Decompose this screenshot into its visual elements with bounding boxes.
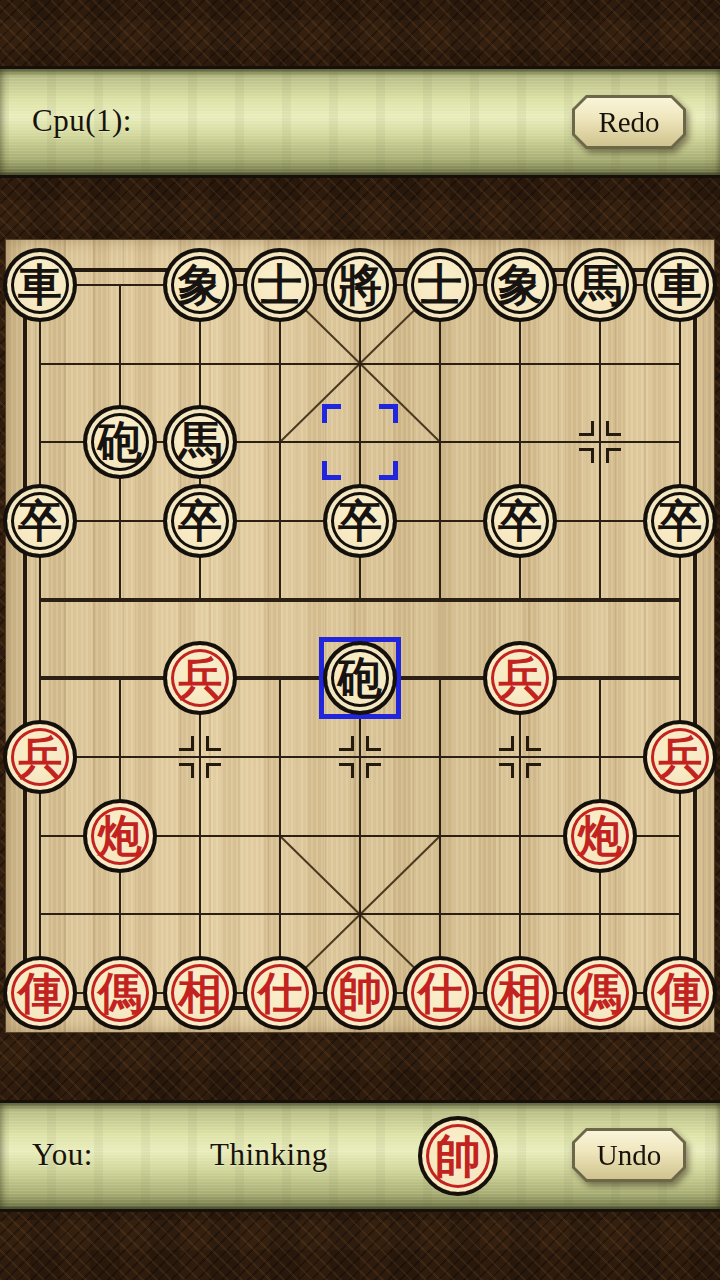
you-label: You: xyxy=(32,1137,93,1173)
grid-vline-file-f-south xyxy=(439,678,441,993)
grid-vline-file-c-south xyxy=(199,678,201,993)
piece-red-i1[interactable]: 俥 xyxy=(643,956,717,1030)
piece-black-e5[interactable]: 砲 xyxy=(323,641,397,715)
piece-red-g1[interactable]: 相 xyxy=(483,956,557,1030)
piece-red-i4[interactable]: 兵 xyxy=(643,720,717,794)
bracket-corner xyxy=(379,404,398,423)
piece-red-b1[interactable]: 傌 xyxy=(83,956,157,1030)
piece-black-a10[interactable]: 車 xyxy=(3,248,77,322)
point-marker-corner xyxy=(206,736,221,751)
undo-button-label: Undo xyxy=(572,1128,686,1182)
piece-black-i7[interactable]: 卒 xyxy=(643,484,717,558)
point-marker-corner xyxy=(579,421,594,436)
undo-button[interactable]: Undo xyxy=(572,1128,686,1182)
point-marker-corner xyxy=(499,763,514,778)
redo-button[interactable]: Redo xyxy=(572,95,686,149)
piece-red-c5[interactable]: 兵 xyxy=(163,641,237,715)
piece-red-a1[interactable]: 俥 xyxy=(3,956,77,1030)
point-marker-corner xyxy=(579,448,594,463)
piece-black-a7[interactable]: 卒 xyxy=(3,484,77,558)
point-marker-corner xyxy=(179,736,194,751)
piece-black-h10[interactable]: 馬 xyxy=(563,248,637,322)
piece-black-c10[interactable]: 象 xyxy=(163,248,237,322)
piece-black-f10[interactable]: 士 xyxy=(403,248,477,322)
piece-red-e1[interactable]: 帥 xyxy=(323,956,397,1030)
piece-black-e7[interactable]: 卒 xyxy=(323,484,397,558)
cpu-label: Cpu(1): xyxy=(32,103,132,139)
point-marker-corner xyxy=(499,736,514,751)
point-marker-corner xyxy=(526,736,541,751)
piece-red-a4[interactable]: 兵 xyxy=(3,720,77,794)
piece-red-h1[interactable]: 傌 xyxy=(563,956,637,1030)
piece-black-d10[interactable]: 士 xyxy=(243,248,317,322)
grid-vline-file-e-south xyxy=(359,678,361,993)
piece-black-g10[interactable]: 象 xyxy=(483,248,557,322)
piece-black-e10[interactable]: 將 xyxy=(323,248,397,322)
point-marker-corner xyxy=(606,421,621,436)
point-marker-corner xyxy=(366,736,381,751)
grid-vline-file-h-north xyxy=(599,285,601,600)
bracket-corner xyxy=(322,461,341,480)
grid-vline-file-d-south xyxy=(279,678,281,993)
point-marker-corner xyxy=(179,763,194,778)
piece-red-g5[interactable]: 兵 xyxy=(483,641,557,715)
point-marker-corner xyxy=(526,763,541,778)
piece-black-i10[interactable]: 車 xyxy=(643,248,717,322)
status-text: Thinking xyxy=(210,1137,328,1173)
turn-indicator-piece-icon: 帥 xyxy=(418,1116,498,1196)
point-marker-corner xyxy=(339,736,354,751)
point-marker-corner xyxy=(206,763,221,778)
piece-black-c7[interactable]: 卒 xyxy=(163,484,237,558)
piece-red-b3[interactable]: 炮 xyxy=(83,799,157,873)
point-marker-corner xyxy=(366,763,381,778)
piece-black-c8[interactable]: 馬 xyxy=(163,405,237,479)
point-marker-corner xyxy=(339,763,354,778)
grid-vline-file-d-north xyxy=(279,285,281,600)
piece-black-b8[interactable]: 砲 xyxy=(83,405,157,479)
app-screen: Cpu(1): Redo 車象士將士象馬車砲馬卒卒卒卒卒砲兵兵兵兵炮炮俥傌相仕帥… xyxy=(0,0,720,1280)
piece-red-c1[interactable]: 相 xyxy=(163,956,237,1030)
piece-black-g7[interactable]: 卒 xyxy=(483,484,557,558)
point-marker-corner xyxy=(606,448,621,463)
bracket-corner xyxy=(379,461,398,480)
bracket-corner xyxy=(322,404,341,423)
grid-vline-file-g-south xyxy=(519,678,521,993)
grid-vline-file-f-north xyxy=(439,285,441,600)
piece-red-f1[interactable]: 仕 xyxy=(403,956,477,1030)
xiangqi-board[interactable]: 車象士將士象馬車砲馬卒卒卒卒卒砲兵兵兵兵炮炮俥傌相仕帥仕相傌俥 xyxy=(6,240,714,1032)
piece-red-h3[interactable]: 炮 xyxy=(563,799,637,873)
redo-button-label: Redo xyxy=(572,95,686,149)
piece-red-d1[interactable]: 仕 xyxy=(243,956,317,1030)
